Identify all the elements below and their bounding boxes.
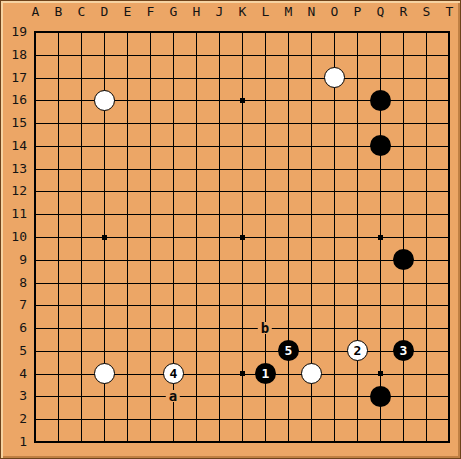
- column-label: F: [139, 4, 162, 19]
- star-point: [378, 371, 383, 376]
- white-stone-O17[interactable]: [324, 67, 345, 88]
- grid-line-horizontal: [35, 283, 449, 284]
- black-stone-Q16[interactable]: [370, 90, 391, 111]
- point-label-b[interactable]: b: [258, 322, 272, 334]
- move-number: 4: [170, 367, 178, 380]
- row-label: 19: [3, 24, 27, 40]
- column-label: M: [277, 4, 300, 19]
- column-label: J: [208, 4, 231, 19]
- column-label: P: [346, 4, 369, 19]
- grid-line-horizontal: [35, 305, 449, 306]
- row-label: 2: [3, 411, 27, 427]
- white-stone-N4[interactable]: [301, 363, 322, 384]
- column-label: O: [323, 4, 346, 19]
- column-label: D: [93, 4, 116, 19]
- black-stone-R9[interactable]: [393, 249, 414, 270]
- row-label: 8: [3, 275, 27, 291]
- row-label: 9: [3, 252, 27, 268]
- black-stone-L4[interactable]: 1: [255, 363, 276, 384]
- black-stone-Q14[interactable]: [370, 135, 391, 156]
- star-point: [240, 235, 245, 240]
- column-label: S: [415, 4, 438, 19]
- row-label: 12: [3, 183, 27, 199]
- star-point: [240, 98, 245, 103]
- grid-line-horizontal: [35, 351, 449, 352]
- move-number: 2: [354, 344, 362, 357]
- grid-line-vertical: [403, 32, 404, 442]
- column-label: E: [116, 4, 139, 19]
- column-label: K: [231, 4, 254, 19]
- black-stone-R5[interactable]: 3: [393, 340, 414, 361]
- grid-line-vertical: [288, 32, 289, 442]
- board-frame: ABCDEFGHJKLMNOPQRST191817161514131211109…: [0, 0, 461, 459]
- column-label: L: [254, 4, 277, 19]
- move-number: 1: [262, 367, 270, 380]
- column-label: A: [24, 4, 47, 19]
- column-label: B: [47, 4, 70, 19]
- move-number: 5: [285, 344, 293, 357]
- white-stone-P5[interactable]: 2: [347, 340, 368, 361]
- star-point: [240, 371, 245, 376]
- column-label: R: [392, 4, 415, 19]
- move-number: 3: [400, 344, 408, 357]
- column-label: C: [70, 4, 93, 19]
- column-label: G: [162, 4, 185, 19]
- white-stone-D4[interactable]: [94, 363, 115, 384]
- grid-line-horizontal: [35, 260, 449, 261]
- row-label: 1: [3, 434, 27, 450]
- row-label: 18: [3, 47, 27, 63]
- grid-line-horizontal: [35, 328, 449, 329]
- row-label: 11: [3, 206, 27, 222]
- row-label: 3: [3, 388, 27, 404]
- star-point: [102, 235, 107, 240]
- point-label-a[interactable]: a: [166, 390, 180, 402]
- column-label: T: [438, 4, 461, 19]
- grid-line-horizontal: [35, 419, 449, 420]
- row-label: 5: [3, 343, 27, 359]
- row-label: 7: [3, 297, 27, 313]
- grid-line-vertical: [357, 32, 358, 442]
- grid-line-vertical: [334, 32, 335, 442]
- white-stone-D16[interactable]: [94, 90, 115, 111]
- row-label: 16: [3, 92, 27, 108]
- goban[interactable]: ABCDEFGHJKLMNOPQRST191817161514131211109…: [1, 1, 460, 458]
- row-label: 6: [3, 320, 27, 336]
- row-label: 10: [3, 229, 27, 245]
- black-stone-M5[interactable]: 5: [278, 340, 299, 361]
- grid-line-vertical: [426, 32, 427, 442]
- black-stone-Q3[interactable]: [370, 386, 391, 407]
- column-label: Q: [369, 4, 392, 19]
- row-label: 17: [3, 70, 27, 86]
- row-label: 14: [3, 138, 27, 154]
- column-label: N: [300, 4, 323, 19]
- row-label: 13: [3, 161, 27, 177]
- white-stone-G4[interactable]: 4: [163, 363, 184, 384]
- star-point: [378, 235, 383, 240]
- column-label: H: [185, 4, 208, 19]
- row-label: 15: [3, 115, 27, 131]
- row-label: 4: [3, 366, 27, 382]
